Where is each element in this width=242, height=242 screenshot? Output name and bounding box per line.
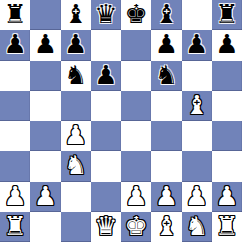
piece-white-knight[interactable]: ♞ bbox=[185, 213, 208, 239]
square-g8[interactable] bbox=[182, 0, 212, 30]
chess-board: ♜♝♛♚♝♜♟♟♟♟♟♟♞♟♞♝♟♞♟♟♟♟♟♟♜♛♚♝♞♜ bbox=[0, 0, 242, 242]
piece-white-bishop[interactable]: ♝ bbox=[155, 213, 178, 239]
square-e6[interactable] bbox=[121, 61, 151, 91]
square-b1[interactable] bbox=[30, 212, 60, 242]
square-h5[interactable] bbox=[212, 91, 242, 121]
square-c4[interactable]: ♟ bbox=[61, 121, 91, 151]
square-e7[interactable] bbox=[121, 30, 151, 60]
square-e8[interactable]: ♚ bbox=[121, 0, 151, 30]
square-h4[interactable] bbox=[212, 121, 242, 151]
square-a2[interactable]: ♟ bbox=[0, 182, 30, 212]
square-a5[interactable] bbox=[0, 91, 30, 121]
square-d5[interactable] bbox=[91, 91, 121, 121]
square-f7[interactable]: ♟ bbox=[151, 30, 181, 60]
square-c8[interactable]: ♝ bbox=[61, 0, 91, 30]
square-a4[interactable] bbox=[0, 121, 30, 151]
square-d7[interactable] bbox=[91, 30, 121, 60]
piece-white-pawn[interactable]: ♟ bbox=[124, 183, 147, 209]
square-d6[interactable]: ♟ bbox=[91, 61, 121, 91]
square-a3[interactable] bbox=[0, 151, 30, 181]
piece-white-pawn[interactable]: ♟ bbox=[185, 183, 208, 209]
square-d3[interactable] bbox=[91, 151, 121, 181]
square-f8[interactable]: ♝ bbox=[151, 0, 181, 30]
square-e4[interactable] bbox=[121, 121, 151, 151]
square-a7[interactable]: ♟ bbox=[0, 30, 30, 60]
piece-white-rook[interactable]: ♜ bbox=[3, 213, 26, 239]
square-g3[interactable] bbox=[182, 151, 212, 181]
square-b8[interactable] bbox=[30, 0, 60, 30]
piece-white-pawn[interactable]: ♟ bbox=[64, 122, 87, 148]
square-e3[interactable] bbox=[121, 151, 151, 181]
piece-black-rook[interactable]: ♜ bbox=[3, 1, 26, 27]
square-h7[interactable]: ♟ bbox=[212, 30, 242, 60]
square-d2[interactable] bbox=[91, 182, 121, 212]
square-h3[interactable] bbox=[212, 151, 242, 181]
piece-white-pawn[interactable]: ♟ bbox=[155, 183, 178, 209]
square-f6[interactable]: ♞ bbox=[151, 61, 181, 91]
piece-white-pawn[interactable]: ♟ bbox=[215, 183, 238, 209]
piece-black-pawn[interactable]: ♟ bbox=[34, 31, 57, 57]
piece-black-bishop[interactable]: ♝ bbox=[64, 1, 87, 27]
square-f2[interactable]: ♟ bbox=[151, 182, 181, 212]
square-e2[interactable]: ♟ bbox=[121, 182, 151, 212]
square-c2[interactable] bbox=[61, 182, 91, 212]
square-c1[interactable] bbox=[61, 212, 91, 242]
square-f3[interactable] bbox=[151, 151, 181, 181]
square-h1[interactable]: ♜ bbox=[212, 212, 242, 242]
square-c3[interactable]: ♞ bbox=[61, 151, 91, 181]
piece-black-knight[interactable]: ♞ bbox=[64, 62, 87, 88]
piece-white-knight[interactable]: ♞ bbox=[64, 152, 87, 178]
square-g7[interactable]: ♟ bbox=[182, 30, 212, 60]
square-f1[interactable]: ♝ bbox=[151, 212, 181, 242]
square-a8[interactable]: ♜ bbox=[0, 0, 30, 30]
square-b5[interactable] bbox=[30, 91, 60, 121]
square-b2[interactable]: ♟ bbox=[30, 182, 60, 212]
square-b4[interactable] bbox=[30, 121, 60, 151]
piece-black-pawn[interactable]: ♟ bbox=[185, 31, 208, 57]
square-c5[interactable] bbox=[61, 91, 91, 121]
square-f4[interactable] bbox=[151, 121, 181, 151]
square-g1[interactable]: ♞ bbox=[182, 212, 212, 242]
piece-black-bishop[interactable]: ♝ bbox=[155, 1, 178, 27]
square-d8[interactable]: ♛ bbox=[91, 0, 121, 30]
piece-white-rook[interactable]: ♜ bbox=[215, 213, 238, 239]
square-g6[interactable] bbox=[182, 61, 212, 91]
piece-white-king[interactable]: ♚ bbox=[124, 213, 147, 239]
piece-black-pawn[interactable]: ♟ bbox=[215, 31, 238, 57]
square-d1[interactable]: ♛ bbox=[91, 212, 121, 242]
piece-white-bishop[interactable]: ♝ bbox=[185, 92, 208, 118]
square-c6[interactable]: ♞ bbox=[61, 61, 91, 91]
piece-black-queen[interactable]: ♛ bbox=[94, 1, 117, 27]
piece-white-pawn[interactable]: ♟ bbox=[3, 183, 26, 209]
square-b6[interactable] bbox=[30, 61, 60, 91]
square-a6[interactable] bbox=[0, 61, 30, 91]
square-a1[interactable]: ♜ bbox=[0, 212, 30, 242]
square-d4[interactable] bbox=[91, 121, 121, 151]
square-c7[interactable]: ♟ bbox=[61, 30, 91, 60]
square-h6[interactable] bbox=[212, 61, 242, 91]
square-e5[interactable] bbox=[121, 91, 151, 121]
piece-black-pawn[interactable]: ♟ bbox=[3, 31, 26, 57]
piece-black-knight[interactable]: ♞ bbox=[155, 62, 178, 88]
square-h8[interactable]: ♜ bbox=[212, 0, 242, 30]
square-e1[interactable]: ♚ bbox=[121, 212, 151, 242]
piece-black-pawn[interactable]: ♟ bbox=[155, 31, 178, 57]
square-b3[interactable] bbox=[30, 151, 60, 181]
square-b7[interactable]: ♟ bbox=[30, 30, 60, 60]
piece-black-pawn[interactable]: ♟ bbox=[64, 31, 87, 57]
square-g2[interactable]: ♟ bbox=[182, 182, 212, 212]
piece-black-king[interactable]: ♚ bbox=[124, 1, 147, 27]
square-g4[interactable] bbox=[182, 121, 212, 151]
piece-white-queen[interactable]: ♛ bbox=[94, 213, 117, 239]
square-f5[interactable] bbox=[151, 91, 181, 121]
piece-black-rook[interactable]: ♜ bbox=[215, 1, 238, 27]
square-g5[interactable]: ♝ bbox=[182, 91, 212, 121]
square-h2[interactable]: ♟ bbox=[212, 182, 242, 212]
piece-white-pawn[interactable]: ♟ bbox=[34, 183, 57, 209]
piece-black-pawn[interactable]: ♟ bbox=[94, 62, 117, 88]
